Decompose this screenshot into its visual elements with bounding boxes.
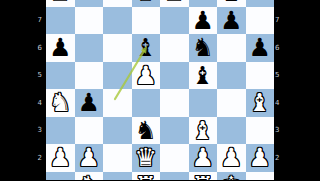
square-e5[interactable] xyxy=(160,62,189,90)
square-f1[interactable]: ♜ xyxy=(189,172,218,181)
square-d1[interactable]: ♜ xyxy=(132,172,161,181)
piece-white-pawn[interactable]: ♟ xyxy=(132,62,161,90)
rank-label-6-left: 6 xyxy=(32,44,42,53)
square-e2[interactable] xyxy=(160,144,189,172)
square-a6[interactable]: ♟ xyxy=(46,34,75,62)
square-a1[interactable] xyxy=(46,172,75,181)
rank-label-7-left: 7 xyxy=(32,16,42,25)
piece-black-pawn[interactable]: ♟ xyxy=(217,7,246,35)
piece-white-pawn[interactable]: ♟ xyxy=(246,144,275,172)
square-e7[interactable] xyxy=(160,7,189,35)
piece-black-knight[interactable]: ♞ xyxy=(132,117,161,145)
square-g6[interactable] xyxy=(217,34,246,62)
square-a5[interactable] xyxy=(46,62,75,90)
piece-white-rook[interactable]: ♜ xyxy=(189,172,218,181)
square-d6[interactable]: ♝ xyxy=(132,34,161,62)
square-a3[interactable] xyxy=(46,117,75,145)
square-f6[interactable]: ♞ xyxy=(189,34,218,62)
square-h7[interactable] xyxy=(246,7,275,35)
piece-black-bishop[interactable]: ♝ xyxy=(132,34,161,62)
square-d2[interactable]: ♛ xyxy=(132,144,161,172)
square-h3[interactable] xyxy=(246,117,275,145)
piece-white-pawn[interactable]: ♟ xyxy=(217,144,246,172)
piece-white-pawn[interactable]: ♟ xyxy=(75,144,104,172)
square-b6[interactable] xyxy=(75,34,104,62)
square-h4[interactable]: ♝ xyxy=(246,89,275,117)
square-h6[interactable]: ♟ xyxy=(246,34,275,62)
piece-black-bishop[interactable]: ♝ xyxy=(189,62,218,90)
square-f3[interactable]: ♝ xyxy=(189,117,218,145)
square-f4[interactable] xyxy=(189,89,218,117)
square-g5[interactable] xyxy=(217,62,246,90)
piece-white-bishop[interactable]: ♝ xyxy=(189,117,218,145)
square-f7[interactable]: ♟ xyxy=(189,7,218,35)
piece-black-pawn[interactable]: ♟ xyxy=(75,89,104,117)
piece-white-pawn[interactable]: ♟ xyxy=(189,144,218,172)
square-g1[interactable]: ♚ xyxy=(217,172,246,181)
square-c4[interactable] xyxy=(103,89,132,117)
rank-label-5-left: 5 xyxy=(32,71,42,80)
rank-label-4-left: 4 xyxy=(32,99,42,108)
rank-label-6-right: 6 xyxy=(275,44,285,53)
square-h2[interactable]: ♟ xyxy=(246,144,275,172)
piece-white-pawn[interactable]: ♟ xyxy=(46,144,75,172)
piece-black-pawn[interactable]: ♟ xyxy=(189,7,218,35)
rank-label-2-left: 2 xyxy=(32,154,42,163)
rank-label-2-right: 2 xyxy=(275,154,285,163)
square-g3[interactable] xyxy=(217,117,246,145)
square-b2[interactable]: ♟ xyxy=(75,144,104,172)
square-f5[interactable]: ♝ xyxy=(189,62,218,90)
square-a7[interactable] xyxy=(46,7,75,35)
square-c3[interactable] xyxy=(103,117,132,145)
square-c5[interactable] xyxy=(103,62,132,90)
square-d5[interactable]: ♟ xyxy=(132,62,161,90)
square-a2[interactable]: ♟ xyxy=(46,144,75,172)
square-d4[interactable] xyxy=(132,89,161,117)
square-b7[interactable] xyxy=(75,7,104,35)
square-h1[interactable] xyxy=(246,172,275,181)
square-c2[interactable] xyxy=(103,144,132,172)
rank-label-5-right: 5 xyxy=(275,71,285,80)
chess-board: ♜♛♜♚♟♟♟♝♞♟♟♝♞♟♝♞♝♟♟♛♟♟♟♞♜♜♚ xyxy=(46,0,274,180)
rank-label-4-right: 4 xyxy=(275,99,285,108)
square-c1[interactable] xyxy=(103,172,132,181)
square-b3[interactable] xyxy=(75,117,104,145)
rank-label-7-right: 7 xyxy=(275,16,285,25)
piece-white-knight[interactable]: ♞ xyxy=(46,89,75,117)
piece-black-pawn[interactable]: ♟ xyxy=(246,34,275,62)
square-c6[interactable] xyxy=(103,34,132,62)
square-f2[interactable]: ♟ xyxy=(189,144,218,172)
rank-label-3-left: 3 xyxy=(32,126,42,135)
rank-label-3-right: 3 xyxy=(275,126,285,135)
square-a4[interactable]: ♞ xyxy=(46,89,75,117)
square-h5[interactable] xyxy=(246,62,275,90)
piece-white-bishop[interactable]: ♝ xyxy=(246,89,275,117)
square-b1[interactable]: ♞ xyxy=(75,172,104,181)
square-e4[interactable] xyxy=(160,89,189,117)
piece-white-king[interactable]: ♚ xyxy=(217,172,246,181)
piece-white-knight[interactable]: ♞ xyxy=(75,172,104,181)
piece-black-pawn[interactable]: ♟ xyxy=(46,34,75,62)
square-c7[interactable] xyxy=(103,7,132,35)
square-b4[interactable]: ♟ xyxy=(75,89,104,117)
square-e3[interactable] xyxy=(160,117,189,145)
square-d3[interactable]: ♞ xyxy=(132,117,161,145)
square-e6[interactable] xyxy=(160,34,189,62)
piece-white-queen[interactable]: ♛ xyxy=(132,144,161,172)
square-e1[interactable] xyxy=(160,172,189,181)
piece-white-rook[interactable]: ♜ xyxy=(132,172,161,181)
square-b5[interactable] xyxy=(75,62,104,90)
square-d7[interactable] xyxy=(132,7,161,35)
piece-black-knight[interactable]: ♞ xyxy=(189,34,218,62)
square-g2[interactable]: ♟ xyxy=(217,144,246,172)
square-g7[interactable]: ♟ xyxy=(217,7,246,35)
chess-board-screen: ♜♛♜♚♟♟♟♝♞♟♟♝♞♟♝♞♝♟♟♛♟♟♟♞♜♜♚ 887766554433… xyxy=(0,0,320,180)
square-g4[interactable] xyxy=(217,89,246,117)
